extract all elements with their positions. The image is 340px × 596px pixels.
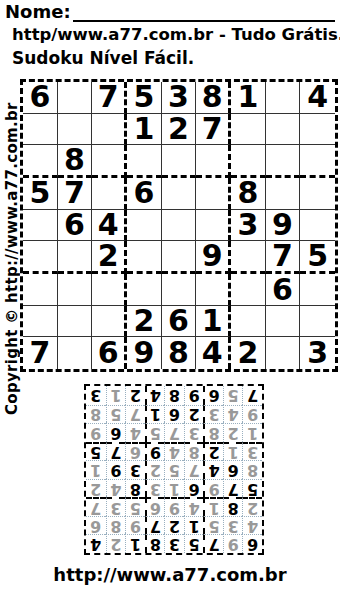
solution-cell-r1c9: 4 xyxy=(86,534,106,553)
solution-cell-r6c7: 6 xyxy=(125,442,145,461)
solution-cell-r9c6: 4 xyxy=(145,386,165,405)
puzzle-cell-r2c2[interactable] xyxy=(58,114,93,146)
puzzle-cell-r7c4[interactable] xyxy=(127,274,162,306)
solution-cell-r4c5: 1 xyxy=(164,479,184,498)
puzzle-cell-r6c1[interactable] xyxy=(23,241,58,274)
sudoku-puzzle-grid: 6753814127857686439297562617698423 xyxy=(20,79,338,372)
puzzle-cell-r2c6[interactable]: 7 xyxy=(196,114,231,146)
solution-cell-r8c6: 1 xyxy=(145,405,165,424)
solution-cell-r2c1: 4 xyxy=(242,516,262,535)
puzzle-cell-r9c5[interactable]: 8 xyxy=(162,337,197,369)
solution-cell-r8c1: 9 xyxy=(242,405,262,424)
puzzle-cell-r5c5[interactable] xyxy=(162,210,197,242)
puzzle-cell-r5c8[interactable]: 9 xyxy=(266,210,301,242)
solution-cell-r9c1: 7 xyxy=(242,386,262,405)
solution-cell-r1c7: 1 xyxy=(125,534,145,553)
puzzle-cell-r4c4[interactable]: 6 xyxy=(127,178,162,210)
solution-cell-r7c4: 3 xyxy=(184,423,204,442)
puzzle-cell-r9c6[interactable]: 4 xyxy=(196,337,231,369)
solution-cell-r6c8: 7 xyxy=(106,442,126,461)
copyright-vertical-text: Copyright © http://www.a77.com.br xyxy=(3,102,21,415)
puzzle-cell-r3c3[interactable] xyxy=(92,145,127,178)
solution-cell-r5c1: 8 xyxy=(242,460,262,479)
puzzle-cell-r4c7[interactable]: 8 xyxy=(231,178,266,210)
solution-cell-r1c3: 7 xyxy=(203,534,223,553)
puzzle-cell-r6c4[interactable] xyxy=(127,241,162,274)
puzzle-cell-r3c5[interactable] xyxy=(162,145,197,178)
solution-cell-r1c5: 3 xyxy=(164,534,184,553)
puzzle-cell-r7c2[interactable] xyxy=(58,274,93,306)
solution-cell-r6c9: 5 xyxy=(86,442,106,461)
solution-cell-r5c9: 1 xyxy=(86,460,106,479)
puzzle-cell-r7c1[interactable] xyxy=(23,274,58,306)
puzzle-cell-r1c3[interactable]: 7 xyxy=(92,82,127,114)
solution-cell-r4c2: 7 xyxy=(223,479,243,498)
solution-cell-r3c7: 5 xyxy=(125,497,145,516)
puzzle-cell-r8c4[interactable]: 2 xyxy=(127,306,162,338)
footer-url: http://www.a77.com.br xyxy=(0,564,340,585)
puzzle-cell-r7c3[interactable] xyxy=(92,274,127,306)
solution-cell-r8c7: 7 xyxy=(125,405,145,424)
puzzle-cell-r5c2[interactable]: 6 xyxy=(58,210,93,242)
solution-cell-r5c7: 3 xyxy=(125,460,145,479)
puzzle-cell-r5c6[interactable] xyxy=(196,210,231,242)
solution-cell-r3c5: 9 xyxy=(164,497,184,516)
puzzle-cell-r5c3[interactable]: 4 xyxy=(92,210,127,242)
solution-cell-r7c3: 8 xyxy=(203,423,223,442)
solution-cell-r2c2: 3 xyxy=(223,516,243,535)
puzzle-cell-r4c3[interactable] xyxy=(92,178,127,210)
solution-cell-r4c8: 4 xyxy=(106,479,126,498)
solution-cell-r9c8: 1 xyxy=(106,386,126,405)
puzzle-cell-r7c8[interactable]: 6 xyxy=(266,274,301,306)
solution-cell-r6c3: 2 xyxy=(203,442,223,461)
solution-cell-r4c7: 8 xyxy=(125,479,145,498)
solution-cell-r1c6: 8 xyxy=(145,534,165,553)
puzzle-cell-r9c4[interactable]: 9 xyxy=(127,337,162,369)
solution-cell-r8c8: 5 xyxy=(106,405,126,424)
solution-cell-r6c5: 4 xyxy=(164,442,184,461)
puzzle-cell-r2c9[interactable] xyxy=(300,114,335,146)
puzzle-cell-r4c1[interactable]: 5 xyxy=(23,178,58,210)
puzzle-cell-r8c5[interactable]: 6 xyxy=(162,306,197,338)
solution-cell-r7c5: 7 xyxy=(164,423,184,442)
puzzle-cell-r8c1[interactable] xyxy=(23,306,58,338)
solution-cell-r1c8: 2 xyxy=(106,534,126,553)
solution-cell-r8c4: 2 xyxy=(184,405,204,424)
puzzle-cell-r8c9[interactable] xyxy=(300,306,335,338)
puzzle-cell-r8c6[interactable]: 1 xyxy=(196,306,231,338)
solution-cell-r2c4: 1 xyxy=(184,516,204,535)
solution-cell-r3c9: 7 xyxy=(86,497,106,516)
solution-cell-r7c2: 2 xyxy=(223,423,243,442)
solution-cell-r9c9: 3 xyxy=(86,386,106,405)
puzzle-cell-r1c7[interactable]: 1 xyxy=(231,82,266,114)
solution-cell-r9c5: 8 xyxy=(164,386,184,405)
solution-cell-r2c8: 8 xyxy=(106,516,126,535)
puzzle-cell-r6c6[interactable]: 9 xyxy=(196,241,231,274)
solution-cell-r3c2: 8 xyxy=(223,497,243,516)
solution-cell-r3c3: 1 xyxy=(203,497,223,516)
puzzle-cell-r1c1[interactable]: 6 xyxy=(23,82,58,114)
solution-cell-r3c6: 6 xyxy=(145,497,165,516)
puzzle-cell-r3c1[interactable] xyxy=(23,145,58,178)
puzzle-cell-r6c3[interactable]: 2 xyxy=(92,241,127,274)
puzzle-cell-r6c5[interactable] xyxy=(162,241,197,274)
puzzle-cell-r3c9[interactable] xyxy=(300,145,335,178)
solution-cell-r4c4: 6 xyxy=(184,479,204,498)
puzzle-cell-r9c2[interactable] xyxy=(58,337,93,369)
puzzle-cell-r8c2[interactable] xyxy=(58,306,93,338)
solution-cell-r4c6: 3 xyxy=(145,479,165,498)
puzzle-cell-r8c8[interactable] xyxy=(266,306,301,338)
solution-cell-r8c2: 4 xyxy=(223,405,243,424)
puzzle-cell-r5c9[interactable] xyxy=(300,210,335,242)
puzzle-cell-r7c9[interactable] xyxy=(300,274,335,306)
solution-cell-r3c4: 4 xyxy=(184,497,204,516)
solution-cell-r5c3: 4 xyxy=(203,460,223,479)
solution-cell-r6c2: 1 xyxy=(223,442,243,461)
solution-cell-r5c4: 7 xyxy=(184,460,204,479)
puzzle-level-title: Sudoku Nível Fácil. xyxy=(12,48,194,68)
solution-cell-r9c2: 5 xyxy=(223,386,243,405)
solution-cell-r5c5: 5 xyxy=(164,460,184,479)
solution-cell-r6c6: 9 xyxy=(145,442,165,461)
puzzle-cell-r4c9[interactable] xyxy=(300,178,335,210)
solution-cell-r7c7: 4 xyxy=(125,423,145,442)
puzzle-cell-r6c8[interactable]: 7 xyxy=(266,241,301,274)
puzzle-cell-r4c5[interactable] xyxy=(162,178,197,210)
puzzle-cell-r7c5[interactable] xyxy=(162,274,197,306)
puzzle-cell-r4c2[interactable]: 7 xyxy=(58,178,93,210)
puzzle-cell-r7c6[interactable] xyxy=(196,274,231,306)
solution-cell-r2c9: 6 xyxy=(86,516,106,535)
solution-cell-r1c2: 9 xyxy=(223,534,243,553)
puzzle-cell-r1c5[interactable]: 3 xyxy=(162,82,197,114)
solution-cell-r4c3: 9 xyxy=(203,479,223,498)
puzzle-cell-r3c8[interactable] xyxy=(266,145,301,178)
sudoku-worksheet-page: Nome: http/www.a77.com.br - Tudo Grátis.… xyxy=(0,0,340,596)
solution-cell-r5c8: 9 xyxy=(106,460,126,479)
solution-cell-r8c9: 8 xyxy=(86,405,106,424)
solution-cell-r7c9: 9 xyxy=(86,423,106,442)
puzzle-cell-r1c6[interactable]: 8 xyxy=(196,82,231,114)
puzzle-cell-r6c2[interactable] xyxy=(58,241,93,274)
solution-cell-r1c1: 6 xyxy=(242,534,262,553)
solution-cell-r3c1: 2 xyxy=(242,497,262,516)
solution-cell-r7c8: 6 xyxy=(106,423,126,442)
puzzle-cell-r9c7[interactable]: 2 xyxy=(231,337,266,369)
puzzle-cell-r9c9[interactable]: 3 xyxy=(300,337,335,369)
solution-cell-r2c6: 7 xyxy=(145,516,165,535)
solution-cell-r4c9: 2 xyxy=(86,479,106,498)
solution-cell-r5c2: 6 xyxy=(223,460,243,479)
puzzle-cell-r2c1[interactable] xyxy=(23,114,58,146)
puzzle-cell-r1c4[interactable]: 5 xyxy=(127,82,162,114)
puzzle-cell-r4c8[interactable] xyxy=(266,178,301,210)
puzzle-cell-r9c8[interactable] xyxy=(266,337,301,369)
solution-cell-r9c7: 2 xyxy=(125,386,145,405)
puzzle-cell-r2c8[interactable] xyxy=(266,114,301,146)
name-label: Nome: xyxy=(5,2,71,22)
solution-cell-r8c5: 6 xyxy=(164,405,184,424)
solution-cell-r2c5: 2 xyxy=(164,516,184,535)
puzzle-cell-r4c6[interactable] xyxy=(196,178,231,210)
solution-cell-r9c3: 6 xyxy=(203,386,223,405)
solution-cell-r1c4: 5 xyxy=(184,534,204,553)
puzzle-cell-r3c2[interactable]: 8 xyxy=(58,145,93,178)
puzzle-cell-r2c4[interactable]: 1 xyxy=(127,114,162,146)
puzzle-cell-r6c9[interactable]: 5 xyxy=(300,241,335,274)
name-blank-line[interactable] xyxy=(73,3,335,22)
puzzle-cell-r1c9[interactable]: 4 xyxy=(300,82,335,114)
puzzle-cell-r8c3[interactable] xyxy=(92,306,127,338)
puzzle-cell-r3c4[interactable] xyxy=(127,145,162,178)
solution-cell-r7c6: 5 xyxy=(145,423,165,442)
puzzle-cell-r1c2[interactable] xyxy=(58,82,93,114)
puzzle-cell-r2c5[interactable]: 2 xyxy=(162,114,197,146)
puzzle-cell-r5c1[interactable] xyxy=(23,210,58,242)
solution-cell-r8c3: 3 xyxy=(203,405,223,424)
puzzle-cell-r5c7[interactable]: 3 xyxy=(231,210,266,242)
puzzle-cell-r6c7[interactable] xyxy=(231,241,266,274)
puzzle-cell-r2c3[interactable] xyxy=(92,114,127,146)
puzzle-cell-r9c1[interactable]: 7 xyxy=(23,337,58,369)
solution-cell-r2c3: 5 xyxy=(203,516,223,535)
solution-cell-r6c1: 3 xyxy=(242,442,262,461)
puzzle-cell-r3c6[interactable] xyxy=(196,145,231,178)
solution-cell-r7c1: 1 xyxy=(242,423,262,442)
solution-cell-r9c4: 9 xyxy=(184,386,204,405)
solution-cell-r4c1: 5 xyxy=(242,479,262,498)
solution-cell-r6c4: 8 xyxy=(184,442,204,461)
solution-cell-r3c8: 3 xyxy=(106,497,126,516)
site-header-text: http/www.a77.com.br - Tudo Grátis. xyxy=(12,25,340,44)
puzzle-cell-r3c7[interactable] xyxy=(231,145,266,178)
sudoku-solution-grid-upside-down: 6975381244351279862814965375796138428647… xyxy=(84,384,264,555)
puzzle-cell-r8c7[interactable] xyxy=(231,306,266,338)
puzzle-cell-r7c7[interactable] xyxy=(231,274,266,306)
puzzle-cell-r2c7[interactable] xyxy=(231,114,266,146)
name-row: Nome: xyxy=(5,2,335,22)
solution-cell-r5c6: 2 xyxy=(145,460,165,479)
solution-cell-r2c7: 9 xyxy=(125,516,145,535)
puzzle-cell-r1c8[interactable] xyxy=(266,82,301,114)
puzzle-cell-r9c3[interactable]: 6 xyxy=(92,337,127,369)
puzzle-cell-r5c4[interactable] xyxy=(127,210,162,242)
